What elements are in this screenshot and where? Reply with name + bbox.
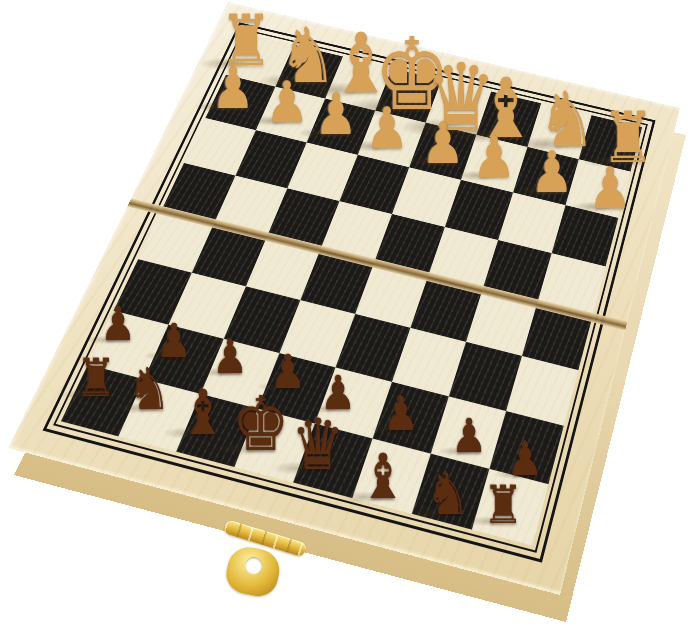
piece-black-knight-g8: ♞ (127, 361, 171, 419)
piece-black-knight-b8: ♞ (426, 466, 470, 524)
piece-black-pawn-f7: ♟ (213, 334, 249, 381)
piece-white-pawn-b2: ♟ (530, 143, 574, 200)
piece-black-bishop-c8: ♝ (359, 446, 407, 508)
piece-white-pawn-c2: ♟ (473, 129, 517, 186)
piece-black-bishop-f8: ♝ (179, 382, 227, 444)
piece-black-rook-h8: ♜ (76, 352, 116, 405)
piece-black-pawn-c7: ♟ (383, 391, 419, 438)
piece-black-pawn-b7: ♟ (451, 413, 487, 460)
piece-white-pawn-h2: ♟ (211, 60, 255, 117)
piece-white-pawn-a2: ♟ (588, 160, 632, 217)
clasp-keyhole (244, 555, 264, 575)
piece-white-pawn-e2: ♟ (365, 99, 409, 156)
piece-black-king-e8: ♚ (232, 387, 289, 462)
chess-set-product-photo: ♜♞♝♚♛♝♞♜♟♟♟♟♟♟♟♟♟♟♟♟♟♟♟♟♜♞♝♚♛♝♞♜ (0, 0, 700, 636)
piece-black-queen-d8: ♛ (291, 410, 345, 480)
pieces-layer: ♜♞♝♚♛♝♞♜♟♟♟♟♟♟♟♟♟♟♟♟♟♟♟♟♜♞♝♚♛♝♞♜ (0, 0, 700, 636)
piece-white-pawn-f2: ♟ (314, 86, 358, 143)
piece-white-pawn-g2: ♟ (265, 74, 309, 131)
piece-black-rook-a8: ♜ (482, 478, 522, 531)
piece-black-pawn-h7: ♟ (100, 301, 136, 348)
piece-white-pawn-d2: ♟ (421, 114, 465, 171)
